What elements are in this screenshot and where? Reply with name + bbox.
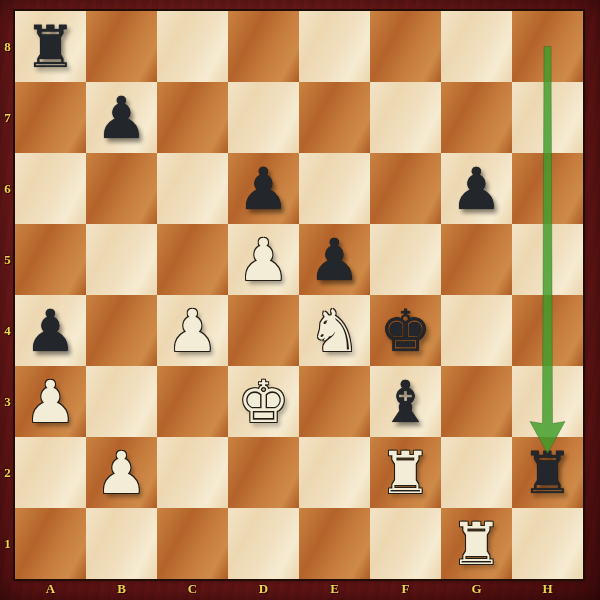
square-a5[interactable] bbox=[15, 224, 86, 295]
rank-label-3: 3 bbox=[0, 394, 15, 410]
square-f3[interactable]: ♝ bbox=[370, 366, 441, 437]
file-label-B: B bbox=[114, 581, 130, 597]
square-b4[interactable] bbox=[86, 295, 157, 366]
square-f8[interactable] bbox=[370, 11, 441, 82]
square-h8[interactable] bbox=[512, 11, 583, 82]
chess-board: ♜♟♟♟♟♟♟♟♞♚♟♚♝♟♜♜♜ bbox=[15, 11, 583, 579]
file-label-G: G bbox=[469, 581, 485, 597]
square-b7[interactable]: ♟ bbox=[86, 82, 157, 153]
piece-black-pawn[interactable]: ♟ bbox=[441, 153, 512, 224]
square-a1[interactable] bbox=[15, 508, 86, 579]
board-frame: ♜♟♟♟♟♟♟♟♞♚♟♚♝♟♜♜♜ 87654321ABCDEFGH bbox=[0, 0, 600, 600]
piece-white-pawn[interactable]: ♟ bbox=[86, 437, 157, 508]
rank-label-5: 5 bbox=[0, 252, 15, 268]
square-d5[interactable]: ♟ bbox=[228, 224, 299, 295]
square-f1[interactable] bbox=[370, 508, 441, 579]
square-c2[interactable] bbox=[157, 437, 228, 508]
square-f4[interactable]: ♚ bbox=[370, 295, 441, 366]
square-e3[interactable] bbox=[299, 366, 370, 437]
square-e2[interactable] bbox=[299, 437, 370, 508]
square-h6[interactable] bbox=[512, 153, 583, 224]
piece-black-rook[interactable]: ♜ bbox=[512, 437, 583, 508]
file-label-D: D bbox=[256, 581, 272, 597]
square-a2[interactable] bbox=[15, 437, 86, 508]
square-e4[interactable]: ♞ bbox=[299, 295, 370, 366]
square-g2[interactable] bbox=[441, 437, 512, 508]
square-g6[interactable]: ♟ bbox=[441, 153, 512, 224]
square-b2[interactable]: ♟ bbox=[86, 437, 157, 508]
rank-label-4: 4 bbox=[0, 323, 15, 339]
rank-label-8: 8 bbox=[0, 39, 15, 55]
rank-label-7: 7 bbox=[0, 110, 15, 126]
square-c7[interactable] bbox=[157, 82, 228, 153]
square-b1[interactable] bbox=[86, 508, 157, 579]
square-d1[interactable] bbox=[228, 508, 299, 579]
square-h7[interactable] bbox=[512, 82, 583, 153]
square-d2[interactable] bbox=[228, 437, 299, 508]
square-h3[interactable] bbox=[512, 366, 583, 437]
square-d7[interactable] bbox=[228, 82, 299, 153]
piece-white-pawn[interactable]: ♟ bbox=[157, 295, 228, 366]
square-d4[interactable] bbox=[228, 295, 299, 366]
square-g4[interactable] bbox=[441, 295, 512, 366]
square-b6[interactable] bbox=[86, 153, 157, 224]
square-h1[interactable] bbox=[512, 508, 583, 579]
file-label-H: H bbox=[540, 581, 556, 597]
piece-black-rook[interactable]: ♜ bbox=[15, 11, 86, 82]
square-f5[interactable] bbox=[370, 224, 441, 295]
piece-black-pawn[interactable]: ♟ bbox=[86, 82, 157, 153]
piece-black-bishop[interactable]: ♝ bbox=[370, 366, 441, 437]
square-g7[interactable] bbox=[441, 82, 512, 153]
rank-label-6: 6 bbox=[0, 181, 15, 197]
square-b5[interactable] bbox=[86, 224, 157, 295]
square-f6[interactable] bbox=[370, 153, 441, 224]
square-d6[interactable]: ♟ bbox=[228, 153, 299, 224]
piece-white-pawn[interactable]: ♟ bbox=[15, 366, 86, 437]
piece-black-pawn[interactable]: ♟ bbox=[228, 153, 299, 224]
square-g3[interactable] bbox=[441, 366, 512, 437]
square-b8[interactable] bbox=[86, 11, 157, 82]
piece-black-pawn[interactable]: ♟ bbox=[299, 224, 370, 295]
square-g1[interactable]: ♜ bbox=[441, 508, 512, 579]
piece-white-knight[interactable]: ♞ bbox=[299, 295, 370, 366]
square-b3[interactable] bbox=[86, 366, 157, 437]
square-a7[interactable] bbox=[15, 82, 86, 153]
piece-white-king[interactable]: ♚ bbox=[228, 366, 299, 437]
square-e7[interactable] bbox=[299, 82, 370, 153]
square-a3[interactable]: ♟ bbox=[15, 366, 86, 437]
square-g8[interactable] bbox=[441, 11, 512, 82]
square-d8[interactable] bbox=[228, 11, 299, 82]
square-e1[interactable] bbox=[299, 508, 370, 579]
rank-label-1: 1 bbox=[0, 536, 15, 552]
file-label-C: C bbox=[185, 581, 201, 597]
piece-white-rook[interactable]: ♜ bbox=[441, 508, 512, 579]
square-c5[interactable] bbox=[157, 224, 228, 295]
rank-label-2: 2 bbox=[0, 465, 15, 481]
square-a8[interactable]: ♜ bbox=[15, 11, 86, 82]
square-d3[interactable]: ♚ bbox=[228, 366, 299, 437]
piece-white-rook[interactable]: ♜ bbox=[370, 437, 441, 508]
square-e8[interactable] bbox=[299, 11, 370, 82]
piece-black-pawn[interactable]: ♟ bbox=[15, 295, 86, 366]
square-c3[interactable] bbox=[157, 366, 228, 437]
square-h2[interactable]: ♜ bbox=[512, 437, 583, 508]
square-a4[interactable]: ♟ bbox=[15, 295, 86, 366]
square-c4[interactable]: ♟ bbox=[157, 295, 228, 366]
piece-white-pawn[interactable]: ♟ bbox=[228, 224, 299, 295]
square-c8[interactable] bbox=[157, 11, 228, 82]
file-label-A: A bbox=[43, 581, 59, 597]
file-label-E: E bbox=[327, 581, 343, 597]
square-g5[interactable] bbox=[441, 224, 512, 295]
square-e5[interactable]: ♟ bbox=[299, 224, 370, 295]
square-c1[interactable] bbox=[157, 508, 228, 579]
square-a6[interactable] bbox=[15, 153, 86, 224]
square-c6[interactable] bbox=[157, 153, 228, 224]
piece-black-king[interactable]: ♚ bbox=[370, 295, 441, 366]
square-h5[interactable] bbox=[512, 224, 583, 295]
square-h4[interactable] bbox=[512, 295, 583, 366]
file-label-F: F bbox=[398, 581, 414, 597]
square-e6[interactable] bbox=[299, 153, 370, 224]
square-f2[interactable]: ♜ bbox=[370, 437, 441, 508]
square-f7[interactable] bbox=[370, 82, 441, 153]
